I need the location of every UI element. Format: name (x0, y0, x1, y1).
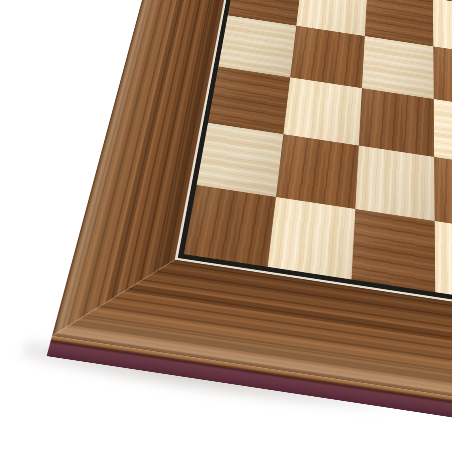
square-b2 (276, 134, 359, 209)
square-b1 (268, 197, 356, 280)
square-c2 (355, 146, 434, 221)
square-a2 (197, 123, 284, 197)
product-photo-stage (0, 0, 452, 452)
square-d1 (435, 221, 452, 305)
square-a1 (184, 185, 276, 267)
square-c1 (351, 209, 435, 292)
chess-board (52, 336, 53, 337)
